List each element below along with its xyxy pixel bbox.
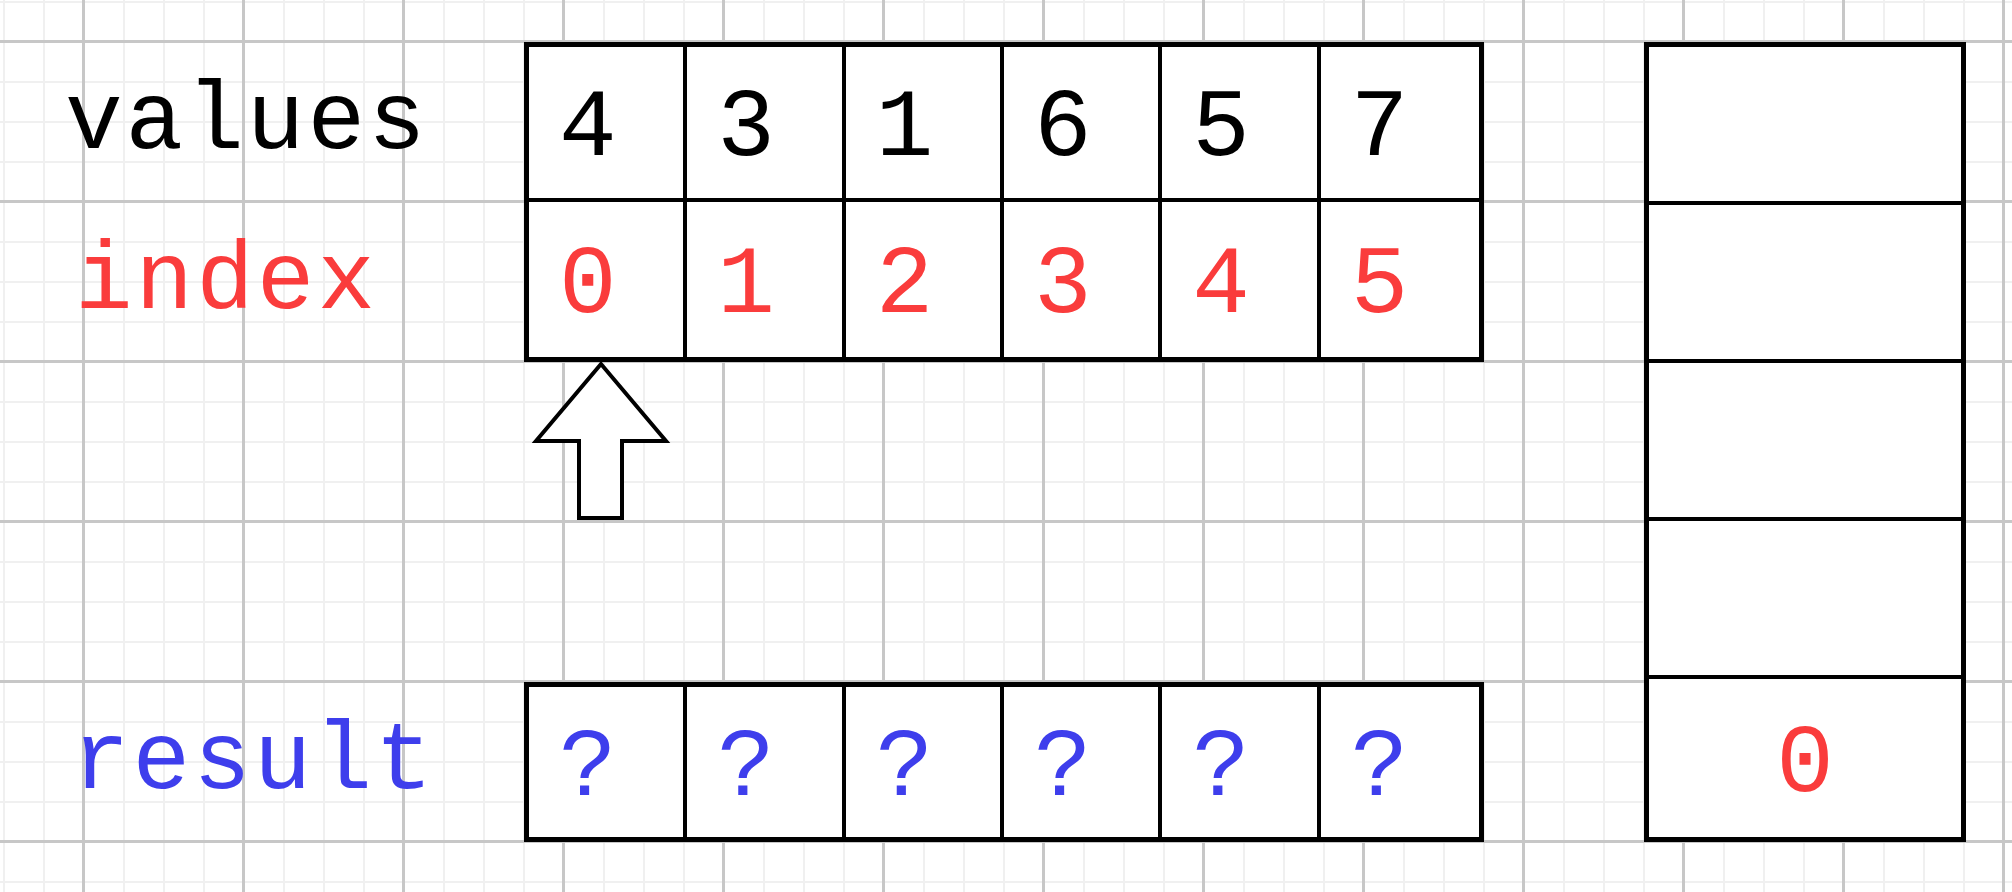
values-cell-4: 5 [1162,47,1320,202]
accumulator-cell-2 [1649,363,1961,521]
values-index-table: 4 3 1 6 5 7 0 1 2 3 4 5 [524,42,1484,362]
accumulator-cell-4: 0 [1649,679,1961,837]
index-cell-5: 5 [1321,202,1479,357]
values-cell-1: 3 [687,47,845,202]
accumulator-cell-3 [1649,521,1961,679]
result-cell-0: ? [529,687,687,837]
accumulator-stack: 0 [1644,42,1966,842]
accumulator-cell-0 [1649,47,1961,205]
values-row-label: values [65,42,429,202]
accumulator-cell-1 [1649,205,1961,363]
index-pointer-up-arrow-icon [525,356,675,526]
index-cell-3: 3 [1004,202,1162,357]
result-cell-3: ? [1004,687,1162,837]
values-cell-2: 1 [846,47,1004,202]
values-cell-3: 6 [1004,47,1162,202]
result-table: ? ? ? ? ? ? [524,682,1484,842]
result-row-label: result [72,682,436,842]
result-cell-1: ? [687,687,845,837]
index-cell-1: 1 [687,202,845,357]
result-cell-4: ? [1162,687,1320,837]
result-cell-2: ? [846,687,1004,837]
index-row-label: index [75,202,378,362]
values-cell-0: 4 [529,47,687,202]
result-cell-5: ? [1321,687,1479,837]
values-cell-5: 7 [1321,47,1479,202]
graph-paper-canvas: values index result 4 3 1 6 5 7 0 1 2 3 … [0,0,2012,892]
index-cell-4: 4 [1162,202,1320,357]
index-cell-0: 0 [529,202,687,357]
index-cell-2: 2 [846,202,1004,357]
